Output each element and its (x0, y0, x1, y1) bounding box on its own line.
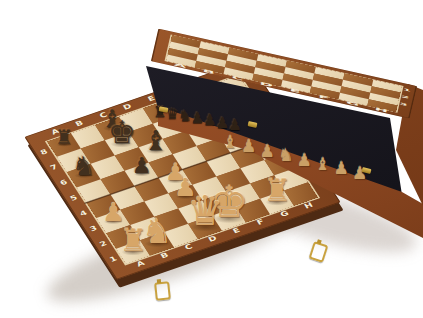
lid-end-number-2: 2 (401, 95, 410, 100)
rank-label-7: 7 (45, 162, 63, 173)
rank-label-6: 6 (55, 177, 73, 188)
lid-end-number-1: 1 (402, 88, 411, 93)
rank-label-8: 8 (35, 146, 53, 157)
white-queen-d1: ♛ (187, 191, 224, 232)
chess-set-photo: 12345678AABBCCDDEEFFGGHH ♜♝♚♞♝♟♟♟♟♜♞♛♚♜ … (0, 0, 423, 318)
stored-black-pawn: ♟ (228, 117, 241, 132)
white-pawn-a3: ♟ (102, 200, 124, 225)
black-king-c7: ♚ (108, 116, 136, 147)
rank-label-4: 4 (74, 208, 92, 219)
black-pawn-c5: ♟ (132, 155, 152, 177)
stored-white-pawn: ♟ (241, 138, 256, 155)
black-rook-a8: ♜ (55, 127, 73, 147)
black-bishop-d6: ♝ (144, 127, 168, 154)
rank-label-5: 5 (64, 192, 82, 203)
lid-end-number-3: 3 (399, 102, 408, 107)
stored-black-pawn: ♟ (203, 113, 216, 128)
stored-black-pawn: ♟ (216, 115, 229, 130)
stored-white-bishop: ♝ (222, 134, 237, 151)
white-rook-g1: ♜ (263, 175, 291, 206)
black-knight-a6: ♞ (72, 153, 95, 179)
stored-white-knight: ♞ (278, 147, 293, 164)
stored-white-pawn: ♟ (259, 143, 274, 160)
white-rook-a1: ♜ (119, 225, 147, 256)
rank-label-2: 2 (94, 238, 112, 249)
stored-white-pawn: ♟ (333, 160, 348, 177)
stored-black-knight: ♞ (178, 109, 191, 124)
stored-white-pawn: ♟ (296, 152, 311, 169)
stored-black-pawn: ♟ (191, 111, 204, 126)
rank-label-3: 3 (84, 223, 102, 234)
stored-white-bishop: ♝ (315, 156, 330, 173)
board-latch-bottom (154, 281, 171, 300)
board-latch-right (309, 241, 329, 263)
